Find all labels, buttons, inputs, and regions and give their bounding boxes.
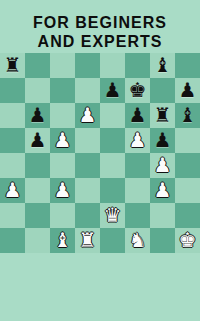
square-c5[interactable]: ♟: [50, 128, 75, 153]
square-d5[interactable]: [75, 128, 100, 153]
square-f8[interactable]: [125, 53, 150, 78]
square-h1[interactable]: ♚: [175, 228, 200, 253]
square-e8[interactable]: [100, 53, 125, 78]
piece-white-pawn-a3[interactable]: ♟: [0, 178, 25, 203]
piece-black-rook-g6[interactable]: ♜: [150, 103, 175, 128]
piece-white-queen-e2[interactable]: ♛: [100, 203, 125, 228]
square-h5[interactable]: [175, 128, 200, 153]
square-d2[interactable]: [75, 203, 100, 228]
square-a3[interactable]: ♟: [0, 178, 25, 203]
square-a5[interactable]: [0, 128, 25, 153]
square-d8[interactable]: [75, 53, 100, 78]
square-f4[interactable]: [125, 153, 150, 178]
square-a7[interactable]: [0, 78, 25, 103]
square-b1[interactable]: [25, 228, 50, 253]
piece-white-king-h1[interactable]: ♚: [175, 228, 200, 253]
square-h7[interactable]: ♟: [175, 78, 200, 103]
square-b3[interactable]: [25, 178, 50, 203]
piece-white-rook-d1[interactable]: ♜: [75, 228, 100, 253]
square-b6[interactable]: ♟: [25, 103, 50, 128]
piece-black-king-f7[interactable]: ♚: [125, 78, 150, 103]
square-e5[interactable]: [100, 128, 125, 153]
square-b2[interactable]: [25, 203, 50, 228]
piece-white-bishop-c1[interactable]: ♝: [50, 228, 75, 253]
piece-black-bishop-g8[interactable]: ♝: [150, 53, 175, 78]
square-h3[interactable]: [175, 178, 200, 203]
piece-black-pawn-f6[interactable]: ♟: [125, 103, 150, 128]
piece-white-pawn-d6[interactable]: ♟: [75, 103, 100, 128]
square-a4[interactable]: [0, 153, 25, 178]
piece-white-pawn-g4[interactable]: ♟: [150, 153, 175, 178]
square-b8[interactable]: [25, 53, 50, 78]
piece-black-pawn-b5[interactable]: ♟: [25, 128, 50, 153]
square-b7[interactable]: [25, 78, 50, 103]
header-title-line1: FOR BEGINERS: [33, 12, 167, 33]
square-e1[interactable]: [100, 228, 125, 253]
square-a2[interactable]: [0, 203, 25, 228]
square-a1[interactable]: [0, 228, 25, 253]
piece-white-pawn-c3[interactable]: ♟: [50, 178, 75, 203]
piece-white-pawn-c5[interactable]: ♟: [50, 128, 75, 153]
square-c4[interactable]: [50, 153, 75, 178]
chess-board[interactable]: ♜♝♟♚♟♟♟♟♜♝♟♟♟♟♟♟♟♟♛♝♜♞♚: [0, 53, 200, 253]
square-g5[interactable]: ♟: [150, 128, 175, 153]
square-f2[interactable]: [125, 203, 150, 228]
square-g3[interactable]: ♟: [150, 178, 175, 203]
square-h2[interactable]: [175, 203, 200, 228]
piece-black-rook-a8[interactable]: ♜: [0, 53, 25, 78]
piece-black-bishop-h6[interactable]: ♝: [175, 103, 200, 128]
square-a8[interactable]: ♜: [0, 53, 25, 78]
square-f3[interactable]: [125, 178, 150, 203]
piece-black-pawn-e7[interactable]: ♟: [100, 78, 125, 103]
piece-white-knight-f1[interactable]: ♞: [125, 228, 150, 253]
square-e3[interactable]: [100, 178, 125, 203]
square-d6[interactable]: ♟: [75, 103, 100, 128]
square-g7[interactable]: [150, 78, 175, 103]
square-d1[interactable]: ♜: [75, 228, 100, 253]
square-a6[interactable]: [0, 103, 25, 128]
square-f5[interactable]: ♟: [125, 128, 150, 153]
piece-white-pawn-g3[interactable]: ♟: [150, 178, 175, 203]
square-f7[interactable]: ♚: [125, 78, 150, 103]
piece-black-pawn-g5[interactable]: ♟: [150, 128, 175, 153]
square-f6[interactable]: ♟: [125, 103, 150, 128]
square-d3[interactable]: [75, 178, 100, 203]
square-e4[interactable]: [100, 153, 125, 178]
square-c3[interactable]: ♟: [50, 178, 75, 203]
square-e7[interactable]: ♟: [100, 78, 125, 103]
square-g6[interactable]: ♜: [150, 103, 175, 128]
piece-black-pawn-h7[interactable]: ♟: [175, 78, 200, 103]
square-h8[interactable]: [175, 53, 200, 78]
square-c8[interactable]: [50, 53, 75, 78]
app-header: FOR BEGINERS AND EXPERTS: [0, 0, 200, 53]
square-b5[interactable]: ♟: [25, 128, 50, 153]
piece-white-pawn-f5[interactable]: ♟: [125, 128, 150, 153]
square-g2[interactable]: [150, 203, 175, 228]
square-f1[interactable]: ♞: [125, 228, 150, 253]
square-g4[interactable]: ♟: [150, 153, 175, 178]
empty-footer-area: [0, 253, 200, 321]
header-title-line2: AND EXPERTS: [38, 31, 163, 52]
square-d4[interactable]: [75, 153, 100, 178]
square-b4[interactable]: [25, 153, 50, 178]
square-d7[interactable]: [75, 78, 100, 103]
square-h6[interactable]: ♝: [175, 103, 200, 128]
square-e2[interactable]: ♛: [100, 203, 125, 228]
square-c2[interactable]: [50, 203, 75, 228]
square-h4[interactable]: [175, 153, 200, 178]
square-c1[interactable]: ♝: [50, 228, 75, 253]
piece-black-pawn-b6[interactable]: ♟: [25, 103, 50, 128]
square-g1[interactable]: [150, 228, 175, 253]
square-c6[interactable]: [50, 103, 75, 128]
square-c7[interactable]: [50, 78, 75, 103]
square-e6[interactable]: [100, 103, 125, 128]
square-g8[interactable]: ♝: [150, 53, 175, 78]
